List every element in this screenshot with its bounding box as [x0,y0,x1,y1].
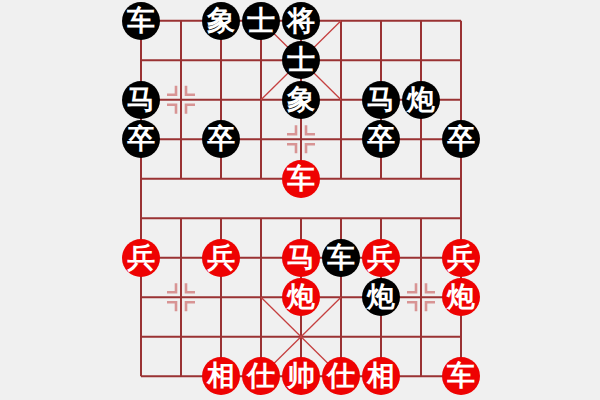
point-a1: 车 [121,1,161,41]
point-e3: 象 [281,80,321,120]
point-c4: 卒 [201,120,241,160]
piece-black-cannon[interactable]: 炮 [402,81,440,119]
point-c10: 相 [201,357,241,397]
point-a9 [121,317,161,357]
piece-black-soldier[interactable]: 卒 [202,120,240,158]
point-c9 [201,317,241,357]
piece-black-horse[interactable]: 马 [122,81,160,119]
piece-red-general[interactable]: 帅 [282,357,320,395]
piece-red-soldier[interactable]: 兵 [202,239,240,277]
point-e8: 炮 [281,278,321,318]
point-h6 [401,199,441,239]
point-f5 [321,159,361,199]
point-h10 [401,357,441,397]
point-b4 [161,120,201,160]
point-b2 [161,41,201,81]
point-g2 [361,41,401,81]
point-c3 [201,80,241,120]
piece-black-elephant[interactable]: 象 [202,2,240,40]
point-a6 [121,199,161,239]
point-c2 [201,41,241,81]
point-g7: 兵 [361,238,401,278]
point-h7 [401,238,441,278]
point-i2 [441,41,481,81]
point-b6 [161,199,201,239]
xiangqi-board-screenshot: 车象士将士马象马炮卒卒卒卒车兵兵马车兵兵炮炮炮相仕帅仕相车 [0,0,600,400]
point-a7: 兵 [121,238,161,278]
point-f9 [321,317,361,357]
piece-red-chariot[interactable]: 车 [442,357,480,395]
point-d6 [241,199,281,239]
point-d3 [241,80,281,120]
point-i8: 炮 [441,278,481,318]
pieces-layer: 车象士将士马象马炮卒卒卒卒车兵兵马车兵兵炮炮炮相仕帅仕相车 [121,1,481,396]
piece-red-cannon[interactable]: 炮 [442,278,480,316]
point-b7 [161,238,201,278]
piece-red-elephant[interactable]: 相 [362,357,400,395]
point-d4 [241,120,281,160]
point-b9 [161,317,201,357]
point-a2 [121,41,161,81]
point-h1 [401,1,441,41]
point-b1 [161,1,201,41]
point-c6 [201,199,241,239]
point-b10 [161,357,201,397]
point-c5 [201,159,241,199]
point-b5 [161,159,201,199]
point-f2 [321,41,361,81]
point-a5 [121,159,161,199]
point-d1: 士 [241,1,281,41]
point-g6 [361,199,401,239]
point-g8: 炮 [361,278,401,318]
point-d5 [241,159,281,199]
point-f3 [321,80,361,120]
point-f4 [321,120,361,160]
point-i6 [441,199,481,239]
piece-black-general[interactable]: 将 [282,2,320,40]
point-a3: 马 [121,80,161,120]
point-g1 [361,1,401,41]
point-g5 [361,159,401,199]
point-d10: 仕 [241,357,281,397]
point-f8 [321,278,361,318]
point-d8 [241,278,281,318]
point-h4 [401,120,441,160]
piece-black-chariot[interactable]: 车 [122,2,160,40]
piece-red-advisor[interactable]: 仕 [242,357,280,395]
point-a10 [121,357,161,397]
point-d9 [241,317,281,357]
point-h5 [401,159,441,199]
point-e1: 将 [281,1,321,41]
point-g4: 卒 [361,120,401,160]
point-i3 [441,80,481,120]
point-e2: 士 [281,41,321,81]
piece-black-elephant[interactable]: 象 [282,81,320,119]
point-a4: 卒 [121,120,161,160]
point-e9 [281,317,321,357]
piece-red-horse[interactable]: 马 [282,239,320,277]
point-d2 [241,41,281,81]
point-e4 [281,120,321,160]
point-c1: 象 [201,1,241,41]
point-f1 [321,1,361,41]
point-h2 [401,41,441,81]
piece-black-soldier[interactable]: 卒 [362,120,400,158]
piece-black-cannon[interactable]: 炮 [362,278,400,316]
piece-red-soldier[interactable]: 兵 [122,239,160,277]
point-f7: 车 [321,238,361,278]
point-i10: 车 [441,357,481,397]
point-c7: 兵 [201,238,241,278]
point-b8 [161,278,201,318]
point-g3: 马 [361,80,401,120]
point-i4: 卒 [441,120,481,160]
piece-black-advisor[interactable]: 士 [282,41,320,79]
point-e6 [281,199,321,239]
piece-black-soldier[interactable]: 卒 [122,120,160,158]
point-d7 [241,238,281,278]
piece-red-soldier[interactable]: 兵 [442,239,480,277]
piece-black-chariot[interactable]: 车 [322,239,360,277]
piece-red-chariot[interactable]: 车 [282,160,320,198]
point-g10: 相 [361,357,401,397]
point-i7: 兵 [441,238,481,278]
piece-red-elephant[interactable]: 相 [202,357,240,395]
point-i9 [441,317,481,357]
point-e7: 马 [281,238,321,278]
point-h9 [401,317,441,357]
point-c8 [201,278,241,318]
point-h3: 炮 [401,80,441,120]
piece-black-soldier[interactable]: 卒 [442,120,480,158]
point-e5: 车 [281,159,321,199]
point-i1 [441,1,481,41]
piece-red-soldier[interactable]: 兵 [362,239,400,277]
point-g9 [361,317,401,357]
piece-red-cannon[interactable]: 炮 [282,278,320,316]
point-e10: 帅 [281,357,321,397]
point-h8 [401,278,441,318]
point-f10: 仕 [321,357,361,397]
piece-red-advisor[interactable]: 仕 [322,357,360,395]
point-f6 [321,199,361,239]
point-i5 [441,159,481,199]
point-b3 [161,80,201,120]
point-a8 [121,278,161,318]
piece-black-advisor[interactable]: 士 [242,2,280,40]
piece-black-horse[interactable]: 马 [362,81,400,119]
